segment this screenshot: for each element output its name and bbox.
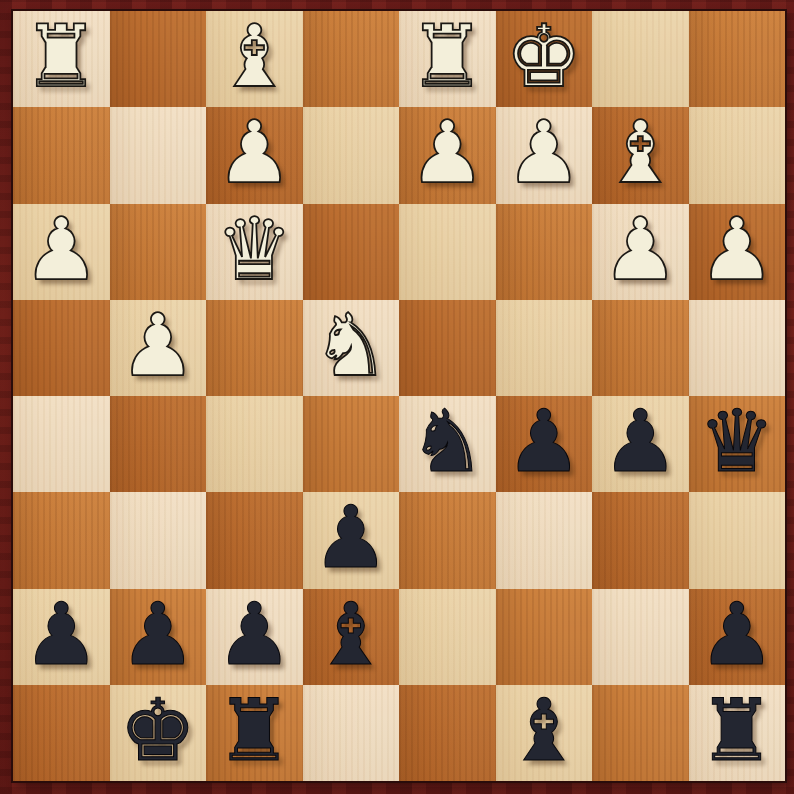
- square-b5[interactable]: ♟: [592, 396, 689, 492]
- black-knight-d5[interactable]: ♞: [409, 398, 486, 484]
- square-f1[interactable]: ♝: [206, 11, 303, 107]
- square-f8[interactable]: ♜: [206, 685, 303, 781]
- square-g7[interactable]: ♟: [110, 589, 207, 685]
- white-pawn-a3[interactable]: ♟: [698, 206, 775, 292]
- square-g5[interactable]: [110, 396, 207, 492]
- square-b8[interactable]: [592, 685, 689, 781]
- white-pawn-b3[interactable]: ♟: [602, 206, 679, 292]
- square-b7[interactable]: [592, 589, 689, 685]
- square-a8[interactable]: ♜: [689, 685, 786, 781]
- square-b6[interactable]: [592, 492, 689, 588]
- black-queen-a5[interactable]: ♛: [698, 398, 775, 484]
- square-a1[interactable]: [689, 11, 786, 107]
- square-e8[interactable]: [303, 685, 400, 781]
- black-pawn-h7[interactable]: ♟: [23, 591, 100, 677]
- chess-board: ♜♝♜♚♟♟♟♝♟♛♟♟♟♞♞♟♟♛♟♟♟♟♝♟♚♜♝♜: [13, 11, 785, 781]
- white-pawn-d2[interactable]: ♟: [409, 109, 486, 195]
- white-knight-e4[interactable]: ♞: [312, 302, 389, 388]
- square-d4[interactable]: [399, 300, 496, 396]
- square-d1[interactable]: ♜: [399, 11, 496, 107]
- square-h5[interactable]: [13, 396, 110, 492]
- square-e6[interactable]: ♟: [303, 492, 400, 588]
- white-king-c1[interactable]: ♚: [505, 13, 582, 99]
- square-b3[interactable]: ♟: [592, 204, 689, 300]
- square-g1[interactable]: [110, 11, 207, 107]
- square-a3[interactable]: ♟: [689, 204, 786, 300]
- white-pawn-f2[interactable]: ♟: [216, 109, 293, 195]
- black-pawn-f7[interactable]: ♟: [216, 591, 293, 677]
- square-a6[interactable]: [689, 492, 786, 588]
- square-f7[interactable]: ♟: [206, 589, 303, 685]
- square-d6[interactable]: [399, 492, 496, 588]
- square-a4[interactable]: [689, 300, 786, 396]
- square-a7[interactable]: ♟: [689, 589, 786, 685]
- square-c6[interactable]: [496, 492, 593, 588]
- white-pawn-c2[interactable]: ♟: [505, 109, 582, 195]
- black-bishop-c8[interactable]: ♝: [505, 687, 582, 773]
- square-d3[interactable]: [399, 204, 496, 300]
- square-d5[interactable]: ♞: [399, 396, 496, 492]
- square-a2[interactable]: [689, 107, 786, 203]
- square-a5[interactable]: ♛: [689, 396, 786, 492]
- square-f2[interactable]: ♟: [206, 107, 303, 203]
- white-bishop-f1[interactable]: ♝: [216, 13, 293, 99]
- square-b4[interactable]: [592, 300, 689, 396]
- square-c8[interactable]: ♝: [496, 685, 593, 781]
- black-rook-f8[interactable]: ♜: [216, 687, 293, 773]
- white-rook-d1[interactable]: ♜: [409, 13, 486, 99]
- square-g2[interactable]: [110, 107, 207, 203]
- black-pawn-e6[interactable]: ♟: [312, 494, 389, 580]
- white-rook-h1[interactable]: ♜: [23, 13, 100, 99]
- square-g3[interactable]: [110, 204, 207, 300]
- black-pawn-c5[interactable]: ♟: [505, 398, 582, 484]
- black-pawn-b5[interactable]: ♟: [602, 398, 679, 484]
- square-h6[interactable]: [13, 492, 110, 588]
- square-d7[interactable]: [399, 589, 496, 685]
- square-c5[interactable]: ♟: [496, 396, 593, 492]
- square-c4[interactable]: [496, 300, 593, 396]
- square-h3[interactable]: ♟: [13, 204, 110, 300]
- white-pawn-g4[interactable]: ♟: [119, 302, 196, 388]
- square-g6[interactable]: [110, 492, 207, 588]
- square-c2[interactable]: ♟: [496, 107, 593, 203]
- square-f3[interactable]: ♛: [206, 204, 303, 300]
- square-e2[interactable]: [303, 107, 400, 203]
- square-f6[interactable]: [206, 492, 303, 588]
- black-bishop-e7[interactable]: ♝: [312, 591, 389, 677]
- square-h2[interactable]: [13, 107, 110, 203]
- square-d8[interactable]: [399, 685, 496, 781]
- square-d2[interactable]: ♟: [399, 107, 496, 203]
- square-h8[interactable]: [13, 685, 110, 781]
- square-g4[interactable]: ♟: [110, 300, 207, 396]
- square-b1[interactable]: [592, 11, 689, 107]
- square-h4[interactable]: [13, 300, 110, 396]
- square-c7[interactable]: [496, 589, 593, 685]
- square-f5[interactable]: [206, 396, 303, 492]
- square-f4[interactable]: [206, 300, 303, 396]
- square-h7[interactable]: ♟: [13, 589, 110, 685]
- chess-board-frame: ♜♝♜♚♟♟♟♝♟♛♟♟♟♞♞♟♟♛♟♟♟♟♝♟♚♜♝♜: [0, 0, 794, 794]
- square-e1[interactable]: [303, 11, 400, 107]
- square-h1[interactable]: ♜: [13, 11, 110, 107]
- black-rook-a8[interactable]: ♜: [698, 687, 775, 773]
- square-c3[interactable]: [496, 204, 593, 300]
- square-b2[interactable]: ♝: [592, 107, 689, 203]
- white-pawn-h3[interactable]: ♟: [23, 206, 100, 292]
- square-e3[interactable]: [303, 204, 400, 300]
- square-g8[interactable]: ♚: [110, 685, 207, 781]
- square-e7[interactable]: ♝: [303, 589, 400, 685]
- black-king-g8[interactable]: ♚: [119, 687, 196, 773]
- square-c1[interactable]: ♚: [496, 11, 593, 107]
- white-queen-f3[interactable]: ♛: [216, 206, 293, 292]
- square-e4[interactable]: ♞: [303, 300, 400, 396]
- white-bishop-b2[interactable]: ♝: [602, 109, 679, 195]
- black-pawn-a7[interactable]: ♟: [698, 591, 775, 677]
- square-e5[interactable]: [303, 396, 400, 492]
- black-pawn-g7[interactable]: ♟: [119, 591, 196, 677]
